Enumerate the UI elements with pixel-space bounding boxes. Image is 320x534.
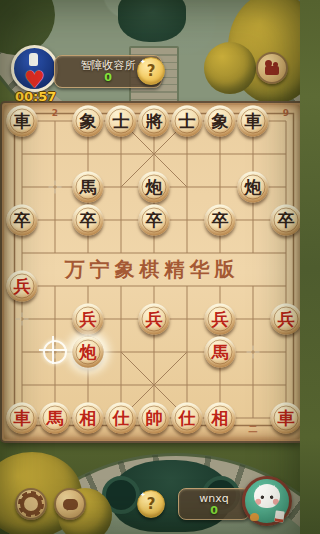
piece-character: 卒 (278, 212, 295, 229)
avatar-prop-left (250, 513, 259, 521)
piece-character: 象 (212, 113, 229, 130)
last-move-from-marker (43, 340, 67, 364)
piece-black-rook[interactable]: 車 (238, 106, 269, 137)
piece-red-advisor[interactable]: 仕 (106, 403, 137, 434)
move-timer: 00:57 (15, 89, 56, 104)
piece-red-elephant[interactable]: 相 (205, 403, 236, 434)
piece-character: 士 (113, 113, 130, 130)
piece-character: 卒 (212, 212, 229, 229)
gear-icon (20, 493, 42, 515)
piece-character: 帥 (146, 410, 163, 427)
camera-icon (265, 66, 279, 75)
piece-character: 兵 (146, 311, 163, 328)
player-avatar[interactable] (242, 476, 292, 526)
piece-black-pawn[interactable]: 卒 (271, 205, 301, 236)
piece-character: 士 (179, 113, 196, 130)
xiangqi-board[interactable]: 万宁象棋精华版 123456789九八七六五四三二一車象士將士象車馬炮炮卒卒卒卒… (2, 103, 300, 441)
club-emblem-key (29, 53, 38, 66)
piece-character: 車 (14, 113, 31, 130)
board-point-marker (16, 313, 29, 326)
file-label-top: 9 (283, 108, 289, 118)
piece-red-rook[interactable]: 車 (271, 403, 301, 434)
board-point-marker (49, 181, 62, 194)
help-coin-button-top[interactable]: ? (137, 57, 165, 85)
piece-character: 兵 (14, 278, 31, 295)
piece-black-cannon[interactable]: 炮 (238, 172, 269, 203)
piece-red-advisor[interactable]: 仕 (172, 403, 203, 434)
piece-character: 卒 (14, 212, 31, 229)
piece-character: 車 (245, 113, 262, 130)
piece-character: 仕 (113, 410, 130, 427)
spectate-button[interactable] (256, 52, 288, 84)
piece-character: 卒 (146, 212, 163, 229)
question-icon: ? (147, 62, 156, 80)
piece-red-pawn[interactable]: 兵 (73, 304, 104, 335)
help-coin-button-bottom[interactable]: ? (137, 490, 165, 518)
piece-red-elephant[interactable]: 相 (73, 403, 104, 434)
piece-character: 馬 (47, 410, 64, 427)
piece-character: 相 (212, 410, 229, 427)
piece-character: 兵 (212, 311, 229, 328)
piece-black-rook[interactable]: 車 (7, 106, 38, 137)
piece-red-rook[interactable]: 車 (7, 403, 38, 434)
piece-character: 馬 (212, 344, 229, 361)
avatar-prop-right (274, 510, 284, 522)
piece-red-cannon[interactable]: 炮 (73, 337, 104, 368)
piece-character: 象 (80, 113, 97, 130)
piece-character: 炮 (80, 344, 97, 361)
piece-black-cannon[interactable]: 炮 (139, 172, 170, 203)
piece-character: 將 (146, 113, 163, 130)
piece-black-pawn[interactable]: 卒 (205, 205, 236, 236)
piece-character: 馬 (80, 179, 97, 196)
top-player-score: 0 (104, 72, 112, 84)
piece-black-pawn[interactable]: 卒 (7, 205, 38, 236)
piece-character: 卒 (80, 212, 97, 229)
piece-character: 兵 (80, 311, 97, 328)
piece-character: 炮 (146, 179, 163, 196)
river-watermark: 万宁象棋精华版 (4, 256, 300, 283)
piece-black-advisor[interactable]: 士 (172, 106, 203, 137)
piece-black-general[interactable]: 將 (139, 106, 170, 137)
piece-character: 仕 (179, 410, 196, 427)
piece-red-pawn[interactable]: 兵 (205, 304, 236, 335)
piece-black-knight[interactable]: 馬 (73, 172, 104, 203)
file-label-bottom: 二 (249, 423, 258, 436)
piece-black-elephant[interactable]: 象 (73, 106, 104, 137)
carved-ornament-top (118, 0, 186, 42)
bottom-player-plate: wnxq 0 (178, 488, 250, 520)
tree-top-right-small (204, 42, 256, 94)
piece-character: 車 (278, 410, 295, 427)
club-avatar[interactable]: ♥ (11, 45, 58, 92)
board-point-marker (247, 346, 260, 359)
piece-red-pawn[interactable]: 兵 (7, 271, 38, 302)
piece-red-general[interactable]: 帥 (139, 403, 170, 434)
piece-character: 兵 (278, 311, 295, 328)
piece-black-pawn[interactable]: 卒 (139, 205, 170, 236)
cat-avatar-icon (254, 484, 280, 508)
piece-red-knight[interactable]: 馬 (40, 403, 71, 434)
bottom-player-name: wnxq (199, 492, 228, 505)
piece-black-pawn[interactable]: 卒 (73, 205, 104, 236)
settings-button[interactable] (15, 488, 47, 520)
piece-character: 炮 (245, 179, 262, 196)
piece-character: 相 (80, 410, 97, 427)
piece-black-advisor[interactable]: 士 (106, 106, 137, 137)
question-icon: ? (147, 495, 156, 513)
bottom-player-score: 0 (210, 505, 218, 517)
chat-button[interactable] (54, 488, 86, 520)
piece-red-pawn[interactable]: 兵 (139, 304, 170, 335)
chat-bubble-icon (63, 499, 78, 510)
piece-red-pawn[interactable]: 兵 (271, 304, 301, 335)
piece-black-elephant[interactable]: 象 (205, 106, 236, 137)
piece-character: 車 (14, 410, 31, 427)
piece-red-knight[interactable]: 馬 (205, 337, 236, 368)
file-label-top: 2 (52, 108, 58, 118)
